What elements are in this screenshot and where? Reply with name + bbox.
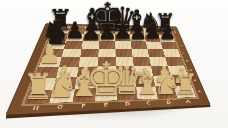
piece-white-rook-h1[interactable]: ♜: [23, 70, 54, 105]
chessboard-photo: HGFEDCBA87654321 ♜♞♝♛♚♝♜♟♟♟♟♟♟♟♟♞♟♟♟♟♟♟♟…: [0, 0, 228, 128]
pieces-layer: ♜♞♝♛♚♝♜♟♟♟♟♟♟♟♟♞♟♟♟♟♟♟♟♟♜♞♝♛♚♝♞♜: [0, 0, 228, 128]
